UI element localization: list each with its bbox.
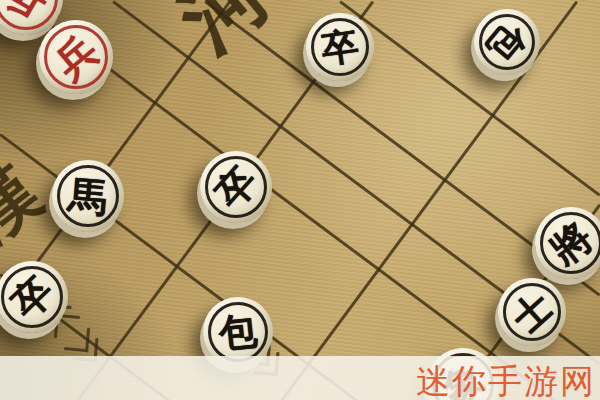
piece-black-general[interactable]: 將: [535, 207, 600, 279]
piece-character: 卒: [302, 9, 379, 86]
piece-black-soldier[interactable]: 卒: [200, 151, 272, 223]
piece-black-advisor[interactable]: 士: [498, 278, 566, 346]
xiangqi-board-photo: 河漢 兵兵卒包馬卒卒包將士象 迷你手游网: [0, 0, 600, 400]
watermark-band: 迷你手游网: [0, 356, 600, 400]
piece-character: 卒: [0, 246, 83, 348]
piece-black-soldier[interactable]: 卒: [306, 13, 374, 81]
piece-black-soldier[interactable]: 卒: [0, 261, 68, 333]
piece-character: 卒: [185, 136, 287, 238]
piece-black-horse[interactable]: 馬: [52, 160, 124, 232]
piece-character: 馬: [49, 157, 127, 235]
piece-red-soldier[interactable]: 兵: [39, 20, 113, 94]
pieces-layer: 兵兵卒包馬卒卒包將士象: [0, 0, 600, 400]
piece-character: 包: [461, 0, 554, 88]
piece-black-cannon[interactable]: 包: [474, 9, 540, 75]
watermark-text: 迷你手游网: [416, 359, 596, 400]
